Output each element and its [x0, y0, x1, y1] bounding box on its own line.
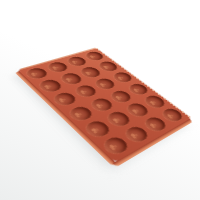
mold-cavity-r3c3: [73, 84, 99, 99]
mold-cavity-r3c1: [45, 61, 70, 74]
mold-cavity-r2c4: [108, 89, 134, 104]
mold-cavity-r3c2: [59, 72, 84, 86]
product-photo: [0, 0, 200, 200]
mold-cavity-r2c1: [65, 55, 89, 67]
mold-cavity-r3c4: [88, 96, 115, 113]
mold-cavity-r3c6: [122, 125, 151, 145]
mold-cavity-r2c6: [142, 115, 169, 133]
mold-cavity-r3c5: [105, 110, 133, 128]
mold-cavity-r2c3: [93, 77, 118, 91]
mold-cavity-r2c5: [124, 102, 150, 119]
mold-cavity-r2c2: [79, 66, 103, 79]
